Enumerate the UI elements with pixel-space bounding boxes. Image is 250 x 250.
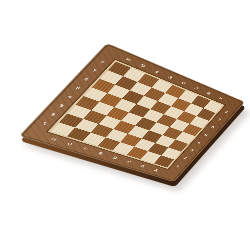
playing-field bbox=[51, 62, 223, 168]
rank-label-left-3: 3 bbox=[58, 104, 64, 108]
rank-label-right-5: 5 bbox=[204, 133, 209, 136]
file-label-far-f: F bbox=[154, 69, 159, 73]
file-label-far-a: A bbox=[218, 96, 223, 100]
file-label-near-a: A bbox=[153, 168, 159, 172]
file-label-near-h: H bbox=[50, 137, 57, 141]
file-label-near-g: G bbox=[66, 142, 73, 146]
file-label-near-c: C bbox=[126, 160, 132, 164]
chess-board: HHGGFFEEDDCCBBAA1122334455667788 bbox=[19, 43, 245, 182]
file-label-far-h: H bbox=[125, 57, 131, 61]
rank-label-right-8: 8 bbox=[224, 110, 229, 113]
rank-label-right-2: 2 bbox=[183, 156, 188, 159]
file-label-far-e: E bbox=[168, 75, 174, 79]
rank-label-left-8: 8 bbox=[100, 60, 106, 64]
rank-label-right-1: 1 bbox=[176, 164, 181, 167]
rank-label-right-7: 7 bbox=[217, 118, 222, 121]
rank-label-left-1: 1 bbox=[42, 121, 48, 125]
file-label-near-b: B bbox=[140, 164, 146, 168]
rank-label-right-3: 3 bbox=[190, 149, 195, 152]
file-label-far-g: G bbox=[140, 63, 146, 67]
file-label-near-d: D bbox=[112, 156, 118, 160]
rank-label-right-6: 6 bbox=[210, 126, 215, 129]
product-photo: HHGGFFEEDDCCBBAA1122334455667788 bbox=[0, 0, 250, 250]
rank-label-left-5: 5 bbox=[75, 86, 81, 90]
file-label-far-c: C bbox=[194, 86, 200, 90]
file-label-near-e: E bbox=[97, 151, 103, 155]
file-label-far-b: B bbox=[206, 91, 211, 95]
rank-label-left-6: 6 bbox=[83, 77, 89, 81]
rank-label-left-4: 4 bbox=[67, 95, 73, 99]
rank-label-left-2: 2 bbox=[50, 113, 56, 117]
file-label-far-d: D bbox=[181, 81, 187, 85]
rank-label-right-4: 4 bbox=[197, 141, 202, 144]
rank-label-left-7: 7 bbox=[91, 69, 97, 73]
file-label-near-f: F bbox=[82, 147, 88, 151]
